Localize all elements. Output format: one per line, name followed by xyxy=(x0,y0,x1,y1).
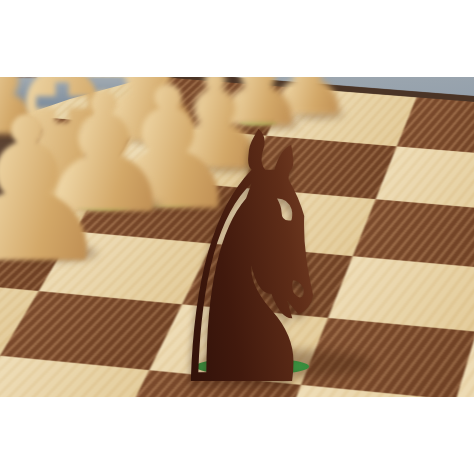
product-photo-canvas: ♟♟♟♟♟♝♟♟♟♞ xyxy=(0,0,474,474)
pieces-layer: ♟♟♟♟♟♝♟♟♟♞ xyxy=(0,77,474,397)
knight-piece: ♞ xyxy=(156,89,348,397)
chess-photo: ♟♟♟♟♟♝♟♟♟♞ xyxy=(0,77,474,397)
background-piece-white-pawn: ♟ xyxy=(0,91,117,291)
